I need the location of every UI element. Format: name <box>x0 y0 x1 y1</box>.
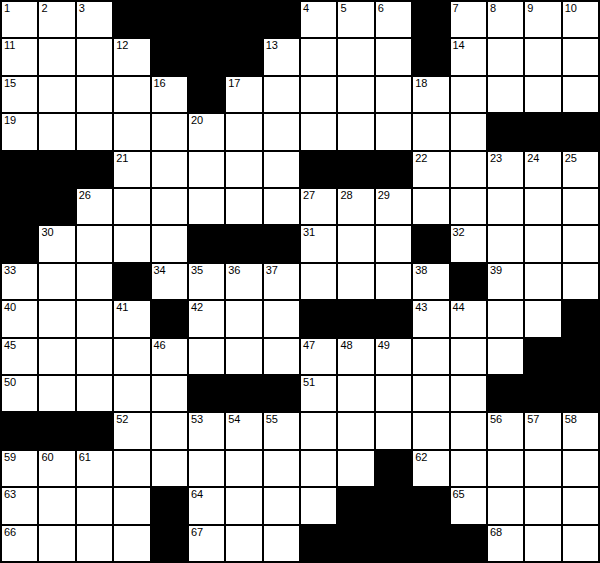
grid-cell[interactable] <box>451 77 486 112</box>
grid-cell[interactable] <box>376 413 411 448</box>
grid-cell[interactable]: 40 <box>2 301 37 336</box>
clue-number: 46 <box>154 339 166 352</box>
grid-cell[interactable]: 53 <box>189 413 224 448</box>
grid-cell[interactable]: 31 <box>301 226 336 261</box>
grid-cell[interactable] <box>114 114 149 149</box>
black-square <box>376 451 411 486</box>
grid-cell[interactable]: 67 <box>189 526 224 561</box>
black-square <box>39 152 74 187</box>
grid-cell[interactable] <box>301 114 336 149</box>
clue-number: 56 <box>490 413 502 426</box>
grid-cell[interactable] <box>77 264 112 299</box>
grid-cell[interactable] <box>451 413 486 448</box>
clue-number: 4 <box>303 2 309 15</box>
grid-cell[interactable] <box>563 526 598 561</box>
black-square <box>189 226 224 261</box>
clue-number: 19 <box>4 114 16 127</box>
grid-cell[interactable] <box>226 451 261 486</box>
grid-cell[interactable]: 29 <box>376 189 411 224</box>
grid-cell[interactable] <box>226 301 261 336</box>
clue-number: 60 <box>41 451 53 464</box>
black-square <box>2 226 37 261</box>
grid-cell[interactable] <box>338 264 373 299</box>
grid-cell[interactable] <box>152 152 187 187</box>
grid-cell[interactable]: 56 <box>488 413 523 448</box>
grid-cell[interactable] <box>77 77 112 112</box>
black-square <box>338 301 373 336</box>
grid-cell[interactable] <box>226 488 261 523</box>
grid-cell[interactable] <box>189 152 224 187</box>
grid-cell[interactable]: 13 <box>264 39 299 74</box>
black-square <box>525 114 560 149</box>
grid-cell[interactable]: 36 <box>226 264 261 299</box>
grid-cell[interactable] <box>488 226 523 261</box>
grid-cell[interactable] <box>563 189 598 224</box>
black-square <box>77 152 112 187</box>
grid-cell[interactable]: 8 <box>488 2 523 37</box>
black-square <box>451 526 486 561</box>
grid-cell[interactable] <box>451 376 486 411</box>
clue-number: 42 <box>191 301 203 314</box>
grid-cell[interactable] <box>264 339 299 374</box>
black-square <box>376 488 411 523</box>
grid-cell[interactable]: 28 <box>338 189 373 224</box>
grid-cell[interactable] <box>338 114 373 149</box>
clue-number: 28 <box>340 189 352 202</box>
grid-cell[interactable] <box>488 77 523 112</box>
grid-cell[interactable]: 34 <box>152 264 187 299</box>
grid-cell[interactable] <box>488 189 523 224</box>
clue-number: 65 <box>453 488 465 501</box>
grid-cell[interactable] <box>189 189 224 224</box>
black-square <box>152 2 187 37</box>
black-square <box>226 376 261 411</box>
grid-cell[interactable]: 61 <box>77 451 112 486</box>
clue-number: 41 <box>116 301 128 314</box>
grid-cell[interactable]: 37 <box>264 264 299 299</box>
clue-number: 17 <box>228 77 240 90</box>
grid-cell[interactable]: 30 <box>39 226 74 261</box>
grid-cell[interactable] <box>226 114 261 149</box>
grid-cell[interactable]: 46 <box>152 339 187 374</box>
grid-cell[interactable]: 1 <box>2 2 37 37</box>
grid-cell[interactable] <box>77 339 112 374</box>
grid-cell[interactable] <box>39 526 74 561</box>
black-square <box>189 376 224 411</box>
grid-cell[interactable]: 43 <box>413 301 448 336</box>
black-square <box>301 301 336 336</box>
grid-cell[interactable]: 15 <box>2 77 37 112</box>
clue-number: 11 <box>4 39 15 52</box>
black-square <box>39 189 74 224</box>
grid-cell[interactable] <box>114 226 149 261</box>
black-square <box>114 2 149 37</box>
grid-cell[interactable]: 3 <box>77 2 112 37</box>
clue-number: 54 <box>228 413 240 426</box>
grid-cell[interactable] <box>525 77 560 112</box>
grid-cell[interactable] <box>152 189 187 224</box>
grid-cell[interactable] <box>563 488 598 523</box>
grid-cell[interactable] <box>338 413 373 448</box>
grid-cell[interactable] <box>77 39 112 74</box>
clue-number: 31 <box>303 226 315 239</box>
grid-cell[interactable]: 68 <box>488 526 523 561</box>
grid-cell[interactable] <box>525 264 560 299</box>
grid-cell[interactable] <box>338 376 373 411</box>
black-square <box>152 488 187 523</box>
clue-number: 67 <box>191 526 203 539</box>
grid-cell[interactable] <box>39 114 74 149</box>
black-square <box>376 152 411 187</box>
grid-cell[interactable] <box>226 339 261 374</box>
clue-number: 55 <box>266 413 278 426</box>
grid-cell[interactable] <box>226 526 261 561</box>
grid-cell[interactable] <box>376 264 411 299</box>
grid-cell[interactable]: 27 <box>301 189 336 224</box>
grid-cell[interactable] <box>525 526 560 561</box>
crossword-grid: 1234567891011121314151617181920212223242… <box>0 0 600 563</box>
black-square <box>376 301 411 336</box>
grid-cell[interactable]: 14 <box>451 39 486 74</box>
clue-number: 30 <box>41 226 53 239</box>
grid-cell[interactable]: 4 <box>301 2 336 37</box>
grid-cell[interactable]: 10 <box>563 2 598 37</box>
clue-number: 22 <box>415 152 427 165</box>
clue-number: 59 <box>4 451 16 464</box>
grid-cell[interactable]: 23 <box>488 152 523 187</box>
grid-cell[interactable]: 48 <box>338 339 373 374</box>
grid-cell[interactable] <box>114 339 149 374</box>
grid-cell[interactable]: 21 <box>114 152 149 187</box>
grid-cell[interactable] <box>451 339 486 374</box>
grid-cell[interactable] <box>338 77 373 112</box>
grid-cell[interactable]: 39 <box>488 264 523 299</box>
grid-cell[interactable] <box>376 226 411 261</box>
grid-cell[interactable] <box>338 226 373 261</box>
clue-number: 68 <box>490 526 502 539</box>
grid-cell[interactable] <box>114 77 149 112</box>
clue-number: 39 <box>490 264 502 277</box>
grid-cell[interactable]: 16 <box>152 77 187 112</box>
black-square <box>226 39 261 74</box>
clue-number: 1 <box>4 2 10 15</box>
clue-number: 35 <box>191 264 203 277</box>
grid-cell[interactable]: 62 <box>413 451 448 486</box>
black-square <box>189 2 224 37</box>
grid-cell[interactable]: 24 <box>525 152 560 187</box>
grid-cell[interactable]: 58 <box>563 413 598 448</box>
clue-number: 12 <box>116 39 128 52</box>
grid-cell[interactable] <box>152 376 187 411</box>
clue-number: 34 <box>154 264 166 277</box>
clue-number: 64 <box>191 488 203 501</box>
grid-cell[interactable]: 60 <box>39 451 74 486</box>
black-square <box>413 526 448 561</box>
black-square <box>563 339 598 374</box>
grid-cell[interactable] <box>488 488 523 523</box>
black-square <box>152 526 187 561</box>
grid-cell[interactable]: 42 <box>189 301 224 336</box>
clue-number: 21 <box>116 152 128 165</box>
grid-cell[interactable]: 55 <box>264 413 299 448</box>
grid-cell[interactable] <box>413 413 448 448</box>
grid-cell[interactable] <box>451 189 486 224</box>
grid-cell[interactable] <box>39 488 74 523</box>
black-square <box>338 488 373 523</box>
grid-cell[interactable] <box>525 301 560 336</box>
clue-number: 24 <box>527 152 539 165</box>
grid-cell[interactable] <box>264 301 299 336</box>
grid-cell[interactable] <box>525 189 560 224</box>
grid-cell[interactable]: 41 <box>114 301 149 336</box>
grid-cell[interactable] <box>77 376 112 411</box>
clue-number: 61 <box>79 451 91 464</box>
clue-number: 32 <box>453 226 465 239</box>
grid-cell[interactable] <box>264 488 299 523</box>
grid-cell[interactable] <box>563 77 598 112</box>
grid-cell[interactable] <box>301 77 336 112</box>
grid-cell[interactable] <box>264 526 299 561</box>
grid-cell[interactable]: 9 <box>525 2 560 37</box>
grid-cell[interactable] <box>413 376 448 411</box>
black-square <box>226 226 261 261</box>
black-square <box>338 526 373 561</box>
black-square <box>189 77 224 112</box>
grid-cell[interactable] <box>152 413 187 448</box>
clue-number: 49 <box>378 339 390 352</box>
grid-cell[interactable] <box>301 39 336 74</box>
grid-cell[interactable] <box>114 189 149 224</box>
grid-cell[interactable] <box>563 226 598 261</box>
black-square <box>2 189 37 224</box>
grid-cell[interactable]: 33 <box>2 264 37 299</box>
clue-number: 27 <box>303 189 315 202</box>
grid-cell[interactable] <box>488 451 523 486</box>
grid-cell[interactable]: 6 <box>376 2 411 37</box>
clue-number: 63 <box>4 488 16 501</box>
clue-number: 13 <box>266 39 278 52</box>
grid-cell[interactable] <box>301 413 336 448</box>
clue-number: 20 <box>191 114 203 127</box>
black-square <box>525 339 560 374</box>
clue-number: 66 <box>4 526 16 539</box>
grid-cell[interactable] <box>39 264 74 299</box>
grid-cell[interactable] <box>264 77 299 112</box>
clue-number: 26 <box>79 189 91 202</box>
grid-cell[interactable] <box>114 526 149 561</box>
grid-cell[interactable] <box>77 301 112 336</box>
clue-number: 6 <box>378 2 384 15</box>
grid-cell[interactable]: 19 <box>2 114 37 149</box>
grid-cell[interactable] <box>152 226 187 261</box>
grid-cell[interactable] <box>77 488 112 523</box>
grid-cell[interactable]: 65 <box>451 488 486 523</box>
grid-cell[interactable] <box>77 226 112 261</box>
grid-cell[interactable] <box>189 451 224 486</box>
grid-cell[interactable]: 26 <box>77 189 112 224</box>
grid-cell[interactable]: 38 <box>413 264 448 299</box>
grid-cell[interactable] <box>264 451 299 486</box>
grid-cell[interactable] <box>488 301 523 336</box>
black-square <box>2 152 37 187</box>
grid-cell[interactable] <box>39 39 74 74</box>
grid-cell[interactable] <box>39 301 74 336</box>
grid-cell[interactable] <box>226 152 261 187</box>
black-square <box>301 152 336 187</box>
grid-cell[interactable] <box>488 39 523 74</box>
grid-cell[interactable] <box>488 339 523 374</box>
grid-cell[interactable] <box>77 114 112 149</box>
grid-cell[interactable]: 50 <box>2 376 37 411</box>
grid-cell[interactable] <box>114 488 149 523</box>
grid-cell[interactable] <box>413 114 448 149</box>
grid-cell[interactable] <box>114 376 149 411</box>
black-square <box>2 413 37 448</box>
clue-number: 14 <box>453 39 465 52</box>
grid-cell[interactable] <box>264 152 299 187</box>
grid-cell[interactable]: 47 <box>301 339 336 374</box>
grid-cell[interactable]: 32 <box>451 226 486 261</box>
grid-cell[interactable] <box>39 376 74 411</box>
grid-cell[interactable]: 45 <box>2 339 37 374</box>
grid-cell[interactable] <box>525 39 560 74</box>
clue-number: 52 <box>116 413 128 426</box>
grid-cell[interactable] <box>525 488 560 523</box>
grid-cell[interactable] <box>226 189 261 224</box>
clue-number: 15 <box>4 77 16 90</box>
clue-number: 47 <box>303 339 315 352</box>
clue-number: 10 <box>565 2 577 15</box>
grid-cell[interactable]: 11 <box>2 39 37 74</box>
clue-number: 36 <box>228 264 240 277</box>
black-square <box>39 413 74 448</box>
grid-cell[interactable]: 18 <box>413 77 448 112</box>
black-square <box>563 376 598 411</box>
black-square <box>376 526 411 561</box>
grid-cell[interactable]: 25 <box>563 152 598 187</box>
clue-number: 44 <box>453 301 465 314</box>
black-square <box>264 376 299 411</box>
grid-cell[interactable] <box>451 451 486 486</box>
black-square <box>488 114 523 149</box>
grid-cell[interactable] <box>451 114 486 149</box>
crossword-board: 1234567891011121314151617181920212223242… <box>0 0 600 563</box>
grid-cell[interactable]: 63 <box>2 488 37 523</box>
black-square <box>413 488 448 523</box>
grid-cell[interactable] <box>189 339 224 374</box>
black-square <box>451 264 486 299</box>
grid-cell[interactable] <box>77 526 112 561</box>
grid-cell[interactable] <box>563 39 598 74</box>
black-square <box>563 301 598 336</box>
grid-cell[interactable]: 7 <box>451 2 486 37</box>
clue-number: 16 <box>154 77 166 90</box>
black-square <box>488 376 523 411</box>
grid-cell[interactable] <box>152 114 187 149</box>
grid-cell[interactable] <box>563 264 598 299</box>
black-square <box>264 226 299 261</box>
grid-cell[interactable]: 49 <box>376 339 411 374</box>
clue-number: 58 <box>565 413 577 426</box>
grid-cell[interactable]: 64 <box>189 488 224 523</box>
black-square <box>413 39 448 74</box>
black-square <box>338 152 373 187</box>
grid-cell[interactable]: 66 <box>2 526 37 561</box>
grid-cell[interactable]: 51 <box>301 376 336 411</box>
grid-cell[interactable]: 22 <box>413 152 448 187</box>
grid-cell[interactable] <box>376 114 411 149</box>
grid-cell[interactable]: 59 <box>2 451 37 486</box>
clue-number: 45 <box>4 339 16 352</box>
clue-number: 57 <box>527 413 539 426</box>
grid-cell[interactable]: 2 <box>39 2 74 37</box>
grid-cell[interactable] <box>264 114 299 149</box>
black-square <box>264 2 299 37</box>
clue-number: 7 <box>453 2 459 15</box>
black-square <box>563 114 598 149</box>
grid-cell[interactable]: 52 <box>114 413 149 448</box>
grid-cell[interactable]: 54 <box>226 413 261 448</box>
grid-cell[interactable] <box>338 451 373 486</box>
grid-cell[interactable]: 35 <box>189 264 224 299</box>
clue-number: 48 <box>340 339 352 352</box>
clue-number: 9 <box>527 2 533 15</box>
clue-number: 18 <box>415 77 427 90</box>
grid-cell[interactable] <box>525 226 560 261</box>
grid-cell[interactable]: 17 <box>226 77 261 112</box>
grid-cell[interactable]: 57 <box>525 413 560 448</box>
black-square <box>413 226 448 261</box>
grid-cell[interactable] <box>152 451 187 486</box>
grid-cell[interactable] <box>413 189 448 224</box>
grid-cell[interactable] <box>338 39 373 74</box>
grid-cell[interactable] <box>301 488 336 523</box>
black-square <box>413 2 448 37</box>
grid-cell[interactable] <box>39 77 74 112</box>
clue-number: 38 <box>415 264 427 277</box>
grid-cell[interactable] <box>563 451 598 486</box>
black-square <box>152 301 187 336</box>
grid-cell[interactable] <box>413 339 448 374</box>
grid-cell[interactable] <box>451 152 486 187</box>
grid-cell[interactable]: 20 <box>189 114 224 149</box>
grid-cell[interactable] <box>264 189 299 224</box>
clue-number: 25 <box>565 152 577 165</box>
clue-number: 53 <box>191 413 203 426</box>
grid-cell[interactable] <box>114 451 149 486</box>
black-square <box>152 39 187 74</box>
grid-cell[interactable] <box>525 451 560 486</box>
grid-cell[interactable] <box>376 376 411 411</box>
clue-number: 5 <box>340 2 346 15</box>
black-square <box>77 413 112 448</box>
grid-cell[interactable] <box>39 339 74 374</box>
clue-number: 40 <box>4 301 16 314</box>
grid-cell[interactable] <box>376 39 411 74</box>
grid-cell[interactable]: 44 <box>451 301 486 336</box>
grid-cell[interactable] <box>301 451 336 486</box>
clue-number: 43 <box>415 301 427 314</box>
grid-cell[interactable]: 12 <box>114 39 149 74</box>
clue-number: 23 <box>490 152 502 165</box>
black-square <box>226 2 261 37</box>
grid-cell[interactable] <box>301 264 336 299</box>
black-square <box>189 39 224 74</box>
clue-number: 51 <box>303 376 315 389</box>
clue-number: 37 <box>266 264 278 277</box>
grid-cell[interactable]: 5 <box>338 2 373 37</box>
grid-cell[interactable] <box>376 77 411 112</box>
